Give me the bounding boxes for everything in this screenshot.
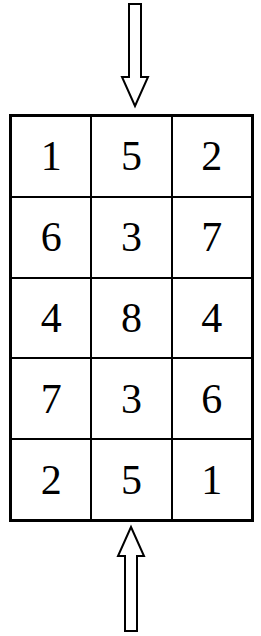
cell-r2-c2: 4 <box>172 278 252 359</box>
cell-r3-c1: 3 <box>91 358 171 439</box>
down-arrow-icon <box>115 0 155 112</box>
cell-r4-c1: 5 <box>91 439 171 520</box>
cell-r2-c1: 8 <box>91 278 171 359</box>
up-arrow-icon <box>111 524 151 636</box>
cell-r4-c0: 2 <box>11 439 91 520</box>
cell-r3-c0: 7 <box>11 358 91 439</box>
cell-r2-c0: 4 <box>11 278 91 359</box>
cell-r3-c2: 6 <box>172 358 252 439</box>
cell-r0-c2: 2 <box>172 116 252 197</box>
cell-r4-c2: 1 <box>172 439 252 520</box>
cell-r0-c0: 1 <box>11 116 91 197</box>
cell-r1-c0: 6 <box>11 197 91 278</box>
puzzle-diagram: 1 5 2 6 3 7 4 8 4 7 3 6 2 5 1 <box>0 0 261 636</box>
number-grid: 1 5 2 6 3 7 4 8 4 7 3 6 2 5 1 <box>9 114 254 522</box>
cell-r1-c2: 7 <box>172 197 252 278</box>
cell-r1-c1: 3 <box>91 197 171 278</box>
cell-r0-c1: 5 <box>91 116 171 197</box>
